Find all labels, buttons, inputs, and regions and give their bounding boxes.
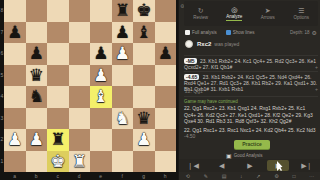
square-f6[interactable]: ♟ <box>112 43 134 65</box>
robot-icon: ▣ <box>226 152 232 159</box>
square-d2[interactable] <box>69 129 91 151</box>
square-f8[interactable]: ♜ <box>112 0 134 22</box>
piece-black-rook[interactable]: ♜ <box>112 0 134 22</box>
square-a1[interactable] <box>4 151 26 173</box>
play-button[interactable]: ▶ <box>239 160 261 171</box>
file-label-d: d <box>69 172 91 180</box>
tab-review[interactable]: ↻ Review <box>184 1 218 26</box>
previous-move-button[interactable]: ◀ <box>211 160 233 171</box>
piece-white-knight[interactable]: ♞ <box>112 108 134 130</box>
piece-white-pawn[interactable]: ♟ <box>90 65 112 87</box>
last-move-button[interactable]: ▶❘ <box>296 160 318 171</box>
square-f2[interactable] <box>112 129 134 151</box>
square-a8[interactable] <box>4 0 26 22</box>
square-e1[interactable] <box>90 151 112 173</box>
piece-black-king[interactable]: ♚ <box>133 0 155 22</box>
share-icon[interactable]: ↗ <box>256 173 260 179</box>
practice-button[interactable]: Practice <box>234 140 270 149</box>
square-h4[interactable] <box>155 86 177 108</box>
square-b7[interactable] <box>26 22 48 44</box>
more-icon[interactable]: ⋯ <box>309 173 314 179</box>
fullscreen-icon[interactable]: □ <box>292 173 295 179</box>
square-a4[interactable] <box>4 86 26 108</box>
square-b6[interactable]: ♟ <box>26 43 48 65</box>
settings-icon[interactable]: ⚙ <box>274 173 278 179</box>
square-f4[interactable] <box>112 86 134 108</box>
piece-white-king[interactable]: ♚ <box>47 151 69 173</box>
square-b4[interactable]: ♞ <box>26 86 48 108</box>
file-label-c: c <box>47 172 69 180</box>
file-label-b: b <box>26 172 48 180</box>
square-g7[interactable]: ♝ <box>133 22 155 44</box>
piece-white-pawn[interactable]: ♟ <box>133 129 155 151</box>
square-c1[interactable]: ♚ <box>47 151 69 173</box>
file-label-e: e <box>90 172 112 180</box>
piece-black-pawn[interactable]: ♟ <box>4 22 26 44</box>
piece-black-pawn[interactable]: ♟ <box>26 43 48 65</box>
square-a5[interactable] <box>4 65 26 87</box>
square-e6[interactable]: ♟ <box>90 43 112 65</box>
piece-black-bishop[interactable]: ♝ <box>133 22 155 44</box>
flip-board-icon[interactable]: ⟲ <box>186 173 190 179</box>
review-icon: ↻ <box>198 7 204 15</box>
file-label-f: f <box>112 172 134 180</box>
square-d3[interactable] <box>69 108 91 130</box>
square-e8[interactable] <box>90 0 112 22</box>
square-d5[interactable] <box>69 65 91 87</box>
square-a3[interactable] <box>4 108 26 130</box>
playback-controls: ❘◀ ◀ ▶ ▶ ▶❘ <box>179 159 320 172</box>
square-g3[interactable]: ♛ <box>133 108 155 130</box>
square-c8[interactable] <box>47 0 69 22</box>
square-d1[interactable]: ♜ <box>69 151 91 173</box>
checkbox-icon <box>185 30 190 35</box>
tab-analyze[interactable]: ◎ Analyze <box>218 1 252 26</box>
analyze-icon: ◎ <box>231 6 237 14</box>
arrows-icon: ➤ <box>265 7 271 15</box>
square-h5[interactable] <box>155 65 177 87</box>
square-f5[interactable] <box>112 65 134 87</box>
edit-icon[interactable]: ✎ <box>204 173 208 179</box>
square-c2[interactable]: ♜ <box>47 129 69 151</box>
square-h7[interactable] <box>155 22 177 44</box>
piece-black-pawn[interactable]: ♟ <box>155 43 177 65</box>
piece-black-rook[interactable]: ♜ <box>47 129 69 151</box>
move-classification-icon <box>185 40 193 48</box>
expand-line-icon[interactable]: + <box>315 86 318 92</box>
board[interactable]: ♜♚♟♟♝♟♟♟♟♛♟♞♝♞♛♟♟♜♟♚♜ <box>4 0 176 172</box>
download-icon[interactable]: ↓ <box>240 173 243 179</box>
bottom-icon-strip: ⟲ ✎ ▤ ↓ ↗ ⚙ □ ⋯ <box>179 172 320 180</box>
square-h6[interactable]: ♟ <box>155 43 177 65</box>
square-g8[interactable]: ♚ <box>133 0 155 22</box>
square-d6[interactable] <box>69 43 91 65</box>
show-lines-checkbox[interactable]: Show lines <box>226 30 255 35</box>
square-g4[interactable] <box>133 86 155 108</box>
square-a2[interactable]: ♟ <box>4 129 26 151</box>
analysis-panel: ⚙ ↻ Review ◎ Analyze ➤ Arrows ☰ Options <box>178 0 320 180</box>
piece-white-pawn[interactable]: ♟ <box>4 129 26 151</box>
square-e3[interactable] <box>90 108 112 130</box>
openings-book-icon[interactable]: ▤ <box>222 173 227 179</box>
square-e5[interactable]: ♟ <box>90 65 112 87</box>
depth-gear-icon: ⚙ <box>312 29 317 36</box>
piece-white-pawn[interactable]: ♟ <box>26 129 48 151</box>
square-b8[interactable] <box>26 0 48 22</box>
square-g6[interactable] <box>133 43 155 65</box>
engine-line-1[interactable]: -M5 23. Kb1 Rxb2+ 24. Kc1 Qc4+ 25. Rd2 Q… <box>184 55 318 71</box>
tab-bar: ↻ Review ◎ Analyze ➤ Arrows ☰ Options <box>184 1 318 26</box>
checkbox-checked-icon <box>226 30 231 35</box>
file-label-h: h <box>155 172 177 180</box>
square-h2[interactable] <box>155 129 177 151</box>
move-played-row: Rxc2 was played <box>185 39 239 49</box>
piece-white-bishop[interactable]: ♝ <box>90 86 112 108</box>
full-analysis-checkbox[interactable]: Full analysis <box>185 30 217 35</box>
square-c6[interactable] <box>47 43 69 65</box>
depth-setting[interactable]: Depth: 18 ⚙ <box>290 29 317 36</box>
options-icon: ☰ <box>298 7 304 15</box>
file-label-a: a <box>4 172 26 180</box>
file-label-g: g <box>133 172 155 180</box>
continuation-eval: -4.50 <box>184 133 195 139</box>
square-f3[interactable]: ♞ <box>112 108 134 130</box>
square-g5[interactable] <box>133 65 155 87</box>
square-d4[interactable] <box>69 86 91 108</box>
square-e2[interactable] <box>90 129 112 151</box>
continuation-line-2[interactable]: 22. Qg1 Rxc1+ 23. Rxc1 Nxc1+ 24. Kd2 Qb4… <box>184 127 318 140</box>
square-d8[interactable] <box>69 0 91 22</box>
expand-line-icon[interactable]: + <box>315 64 318 70</box>
engine-lines: -M5 23. Kb1 Rxb2+ 24. Kc1 Qc4+ 25. Rd2 Q… <box>184 55 318 93</box>
square-b2[interactable]: ♟ <box>26 129 48 151</box>
analysis-options-row: Full analysis Show lines Depth: 18 ⚙ <box>185 28 317 36</box>
square-a7[interactable]: ♟ <box>4 22 26 44</box>
square-b3[interactable] <box>26 108 48 130</box>
tab-arrows[interactable]: ➤ Arrows <box>251 1 285 26</box>
current-game-move[interactable]: 22. Qg1 <box>185 88 203 94</box>
played-move: Rxc2 <box>197 41 211 47</box>
square-f7[interactable]: ♟ <box>112 22 134 44</box>
square-g2[interactable]: ♟ <box>133 129 155 151</box>
analysis-tag: ▣ Good Analysis <box>226 152 262 159</box>
square-c5[interactable] <box>47 65 69 87</box>
piece-black-pawn[interactable]: ♟ <box>112 22 134 44</box>
continuation-header: Game may have continued <box>184 99 318 104</box>
square-g1[interactable] <box>133 151 155 173</box>
piece-black-pawn[interactable]: ♟ <box>90 43 112 65</box>
tab-options[interactable]: ☰ Options <box>285 1 319 26</box>
file-labels: abcdefgh <box>0 172 178 180</box>
piece-black-queen[interactable]: ♛ <box>133 108 155 130</box>
square-b5[interactable]: ♛ <box>26 65 48 87</box>
continuation-section: Game may have continued 22. Qg1 Rxc2+ 23… <box>184 96 318 142</box>
continuation-line-1[interactable]: 22. Qg1 Rxc2+ 23. Kb1 Qxg1 24. Rxg1 Rxb2… <box>184 105 318 125</box>
piece-black-queen[interactable]: ♛ <box>26 65 48 87</box>
square-d7[interactable] <box>69 22 91 44</box>
analysis-app-window: 87654321 ♜♚♟♟♝♟♟♟♟♛♟♞♝♞♛♟♟♜♟♚♜ abcdefgh … <box>0 0 320 180</box>
first-move-button[interactable]: ❘◀ <box>182 160 204 171</box>
square-a6[interactable] <box>4 43 26 65</box>
square-c7[interactable] <box>47 22 69 44</box>
engine-line-2[interactable]: -4.65 23. Kb1 Rxb2+ 24. Kc1 Qc5+ 25. Nd4… <box>184 71 318 93</box>
square-e4[interactable]: ♝ <box>90 86 112 108</box>
square-f1[interactable] <box>112 151 134 173</box>
square-e7[interactable] <box>90 22 112 44</box>
square-c3[interactable] <box>47 108 69 130</box>
square-h8[interactable] <box>155 0 177 22</box>
piece-black-knight[interactable]: ♞ <box>26 86 48 108</box>
square-c4[interactable] <box>47 86 69 108</box>
piece-white-rook[interactable]: ♜ <box>69 151 91 173</box>
square-h3[interactable] <box>155 108 177 130</box>
square-b1[interactable] <box>26 151 48 173</box>
piece-white-pawn[interactable]: ♟ <box>112 43 134 65</box>
square-h1[interactable] <box>155 151 177 173</box>
